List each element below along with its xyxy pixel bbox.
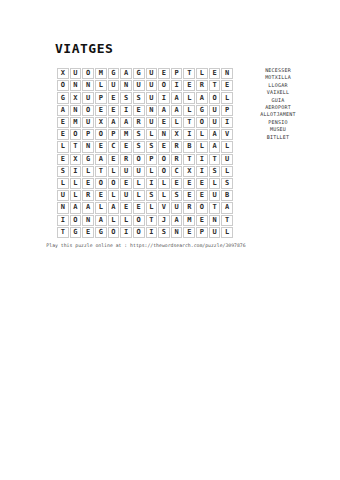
grid-cell[interactable]: A [120,117,132,128]
grid-cell[interactable]: X [70,154,82,165]
grid-cell[interactable]: U [146,92,158,103]
grid-cell[interactable]: L [183,92,195,103]
grid-cell[interactable]: L [95,202,107,213]
grid-cell[interactable]: C [171,166,183,177]
grid-cell[interactable]: I [120,105,132,116]
grid-cell[interactable]: I [146,178,158,189]
grid-cell[interactable]: J [158,215,170,226]
grid-cell[interactable]: U [133,166,145,177]
grid-cell[interactable]: L [57,141,69,152]
grid-cell[interactable]: R [82,190,94,201]
grid-cell[interactable]: O [95,129,107,140]
grid-cell[interactable]: P [95,92,107,103]
grid-cell[interactable]: I [70,166,82,177]
grid-cell[interactable]: L [221,92,233,103]
grid-cell[interactable]: L [120,215,132,226]
grid-cell[interactable]: E [158,141,170,152]
grid-cell[interactable]: L [133,178,145,189]
grid-cell[interactable]: X [171,129,183,140]
grid-cell[interactable]: E [108,92,120,103]
grid-cell[interactable]: U [108,80,120,91]
grid-cell[interactable]: O [158,166,170,177]
grid-cell[interactable]: O [82,105,94,116]
grid-cell[interactable]: P [146,154,158,165]
grid-cell[interactable]: G [196,105,208,116]
grid-cell[interactable]: T [183,68,195,79]
footer-link[interactable]: Play this puzzle online at : https://the… [40,243,252,248]
grid-cell[interactable]: E [183,227,195,238]
grid-cell[interactable]: L [133,190,145,201]
grid-cell[interactable]: L [158,190,170,201]
grid-cell[interactable]: I [196,154,208,165]
grid-cell[interactable]: A [158,105,170,116]
grid-cell[interactable]: G [133,68,145,79]
grid-cell[interactable]: U [120,166,132,177]
grid-cell[interactable]: E [196,178,208,189]
grid-cell[interactable]: S [133,141,145,152]
grid-cell[interactable]: G [108,68,120,79]
grid-cell[interactable]: L [196,141,208,152]
grid-cell[interactable]: O [108,178,120,189]
grid-cell[interactable]: U [82,92,94,103]
grid-cell[interactable]: G [70,227,82,238]
grid-cell[interactable]: R [171,141,183,152]
grid-cell[interactable]: X [183,166,195,177]
grid-cell[interactable]: N [82,141,94,152]
grid-cell[interactable]: N [209,215,221,226]
grid-cell[interactable]: L [108,166,120,177]
word-list-item: VAIXELL [238,89,318,96]
grid-cell[interactable]: O [57,80,69,91]
grid-cell[interactable]: L [221,227,233,238]
grid-cell[interactable]: E [108,154,120,165]
grid-cell[interactable]: P [196,227,208,238]
grid-cell[interactable]: I [183,129,195,140]
grid-cell[interactable]: A [221,202,233,213]
grid-cell[interactable]: O [133,154,145,165]
grid-cell[interactable]: M [95,68,107,79]
grid-cell[interactable]: M [183,215,195,226]
grid-cell[interactable]: L [221,141,233,152]
grid-cell[interactable]: U [146,80,158,91]
word-list-item: PENSIO [238,119,318,126]
grid-cell[interactable]: I [57,215,69,226]
grid-cell[interactable]: U [146,68,158,79]
grid-cell[interactable]: O [209,92,221,103]
grid-cell[interactable]: E [57,117,69,128]
grid-cell[interactable]: E [196,215,208,226]
grid-cell[interactable]: O [82,68,94,79]
grid-cell[interactable]: T [221,215,233,226]
word-list-item: GUIA [238,97,318,104]
grid-cell[interactable]: I [171,80,183,91]
grid-cell[interactable]: A [171,215,183,226]
grid-cell[interactable]: E [133,105,145,116]
grid-cell[interactable]: P [108,129,120,140]
grid-cell[interactable]: S [133,92,145,103]
grid-cell[interactable]: E [120,141,132,152]
grid-cell[interactable]: U [70,68,82,79]
puzzle-title: VIATGES [55,41,113,56]
grid-cell[interactable]: E [95,141,107,152]
grid-cell[interactable]: X [57,68,69,79]
grid-cell[interactable]: N [171,227,183,238]
grid-cell[interactable]: I [158,92,170,103]
grid-cell[interactable]: N [146,105,158,116]
grid-cell[interactable]: L [70,190,82,201]
grid-cell[interactable]: A [95,154,107,165]
grid-cell[interactable]: B [183,141,195,152]
word-list-item: LLOGAR [238,82,318,89]
grid-cell[interactable]: S [171,190,183,201]
grid-cell[interactable]: I [120,227,132,238]
grid-cell[interactable]: P [221,105,233,116]
grid-cell[interactable]: T [209,154,221,165]
grid-cell[interactable]: R [120,154,132,165]
grid-cell[interactable]: B [221,190,233,201]
grid-cell[interactable]: O [158,80,170,91]
grid-cell[interactable]: E [158,117,170,128]
word-list-item: BITLLET [238,134,318,141]
grid-cell[interactable]: S [146,141,158,152]
grid-cell[interactable]: L [196,129,208,140]
grid-cell[interactable]: U [57,190,69,201]
grid-cell[interactable]: N [120,80,132,91]
grid-cell[interactable]: L [158,178,170,189]
grid-cell[interactable]: E [108,105,120,116]
grid-cell[interactable]: L [146,202,158,213]
grid-cell[interactable]: U [209,117,221,128]
word-search-page: VIATGES XUOMGAGUEPTLENONNLUNUUOIERTEGXUP… [0,0,340,480]
grid-cell[interactable]: O [70,129,82,140]
grid-cell[interactable]: E [221,80,233,91]
grid-cell[interactable]: O [133,215,145,226]
grid-cell[interactable]: L [57,178,69,189]
grid-cell[interactable]: C [108,141,120,152]
grid-cell[interactable]: O [108,227,120,238]
grid-cell[interactable]: N [82,215,94,226]
grid-cell[interactable]: E [82,227,94,238]
grid-cell[interactable]: S [146,190,158,201]
grid-cell[interactable]: A [171,105,183,116]
word-list-item: NECESSER [238,67,318,74]
word-search-grid: XUOMGAGUEPTLENONNLUNUUOIERTEGXUPESSUIALA… [57,68,233,238]
grid-cell[interactable]: T [209,80,221,91]
word-list-item: MOTXILLA [238,74,318,81]
grid-cell[interactable]: E [57,154,69,165]
grid-cell[interactable]: A [82,202,94,213]
grid-cell[interactable]: A [95,215,107,226]
grid-cell[interactable]: U [120,190,132,201]
grid-cell[interactable]: O [133,227,145,238]
grid-cell[interactable]: U [209,105,221,116]
grid-cell[interactable]: T [146,215,158,226]
grid-cell[interactable]: E [183,178,195,189]
grid-cell[interactable]: U [209,190,221,201]
grid-cell[interactable]: L [183,105,195,116]
grid-cell[interactable]: E [196,190,208,201]
grid-cell[interactable]: R [196,80,208,91]
grid-cell[interactable]: N [221,68,233,79]
grid-cell[interactable]: S [209,166,221,177]
grid-cell[interactable]: L [108,215,120,226]
grid-cell[interactable]: A [57,105,69,116]
grid-cell[interactable]: M [70,117,82,128]
grid-cell[interactable]: I [146,227,158,238]
grid-cell[interactable]: S [221,178,233,189]
grid-cell[interactable]: L [70,178,82,189]
grid-cell[interactable]: T [95,166,107,177]
grid-cell[interactable]: N [70,105,82,116]
grid-cell[interactable]: G [95,227,107,238]
grid-cell[interactable]: T [209,202,221,213]
grid-cell[interactable]: A [209,129,221,140]
grid-cell[interactable]: E [158,68,170,79]
grid-cell[interactable]: L [196,68,208,79]
grid-cell[interactable]: R [133,117,145,128]
grid-cell[interactable]: A [108,202,120,213]
grid-cell[interactable]: N [82,80,94,91]
grid-cell[interactable]: U [146,117,158,128]
grid-cell[interactable]: I [196,166,208,177]
grid-cell[interactable]: L [171,117,183,128]
grid-cell[interactable]: X [95,117,107,128]
grid-cell[interactable]: N [70,80,82,91]
grid-cell[interactable]: E [82,178,94,189]
grid-cell[interactable]: S [57,166,69,177]
grid-cell[interactable]: P [82,129,94,140]
grid-cell[interactable]: P [171,68,183,79]
grid-cell[interactable]: L [146,166,158,177]
grid-cell[interactable]: N [57,202,69,213]
grid-cell[interactable]: L [221,166,233,177]
grid-cell[interactable]: L [209,178,221,189]
grid-cell[interactable]: A [70,202,82,213]
grid-cell[interactable]: A [171,92,183,103]
grid-cell[interactable]: U [133,80,145,91]
grid-cell[interactable]: U [171,202,183,213]
grid-cell[interactable]: M [120,129,132,140]
grid-cell[interactable]: E [120,178,132,189]
grid-cell[interactable]: U [221,154,233,165]
word-list-item: ALLOTJAMENT [238,111,318,118]
grid-cell[interactable]: T [57,227,69,238]
grid-cell[interactable]: S [158,227,170,238]
grid-cell[interactable]: R [171,154,183,165]
grid-cell[interactable]: T [183,154,195,165]
word-list-item: AEROPORT [238,104,318,111]
grid-cell[interactable]: L [82,166,94,177]
grid-cell[interactable]: V [221,129,233,140]
grid-cell[interactable]: G [57,92,69,103]
grid-cell[interactable]: E [133,202,145,213]
grid-cell[interactable]: X [70,92,82,103]
grid-cell[interactable]: A [108,117,120,128]
grid-cell[interactable]: E [95,190,107,201]
grid-cell[interactable]: S [133,129,145,140]
grid-cell[interactable]: E [171,178,183,189]
grid-cell[interactable]: T [70,141,82,152]
grid-cell[interactable]: E [209,68,221,79]
grid-cell[interactable]: U [82,117,94,128]
grid-cell[interactable]: O [70,215,82,226]
grid-cell[interactable]: T [183,117,195,128]
word-list: NECESSERMOTXILLALLOGARVAIXELLGUIAAEROPOR… [238,67,318,141]
grid-cell[interactable]: E [183,80,195,91]
grid-cell[interactable]: O [196,117,208,128]
grid-cell[interactable]: I [221,117,233,128]
grid-cell[interactable]: L [146,129,158,140]
grid-cell[interactable]: A [196,92,208,103]
grid-cell[interactable]: E [57,129,69,140]
grid-cell[interactable]: V [158,202,170,213]
grid-cell[interactable]: R [183,202,195,213]
grid-cell[interactable]: A [120,68,132,79]
grid-cell[interactable]: L [108,190,120,201]
grid-cell[interactable]: E [95,105,107,116]
grid-cell[interactable]: G [82,154,94,165]
grid-cell[interactable]: A [209,141,221,152]
grid-cell[interactable]: U [209,227,221,238]
grid-cell[interactable]: O [95,178,107,189]
grid-cell[interactable]: O [158,154,170,165]
grid-cell[interactable]: E [120,202,132,213]
grid-cell[interactable]: S [120,92,132,103]
grid-cell[interactable]: E [183,190,195,201]
grid-cell[interactable]: N [158,129,170,140]
word-list-item: MUSEU [238,126,318,133]
grid-cell[interactable]: O [196,202,208,213]
grid-cell[interactable]: L [95,80,107,91]
